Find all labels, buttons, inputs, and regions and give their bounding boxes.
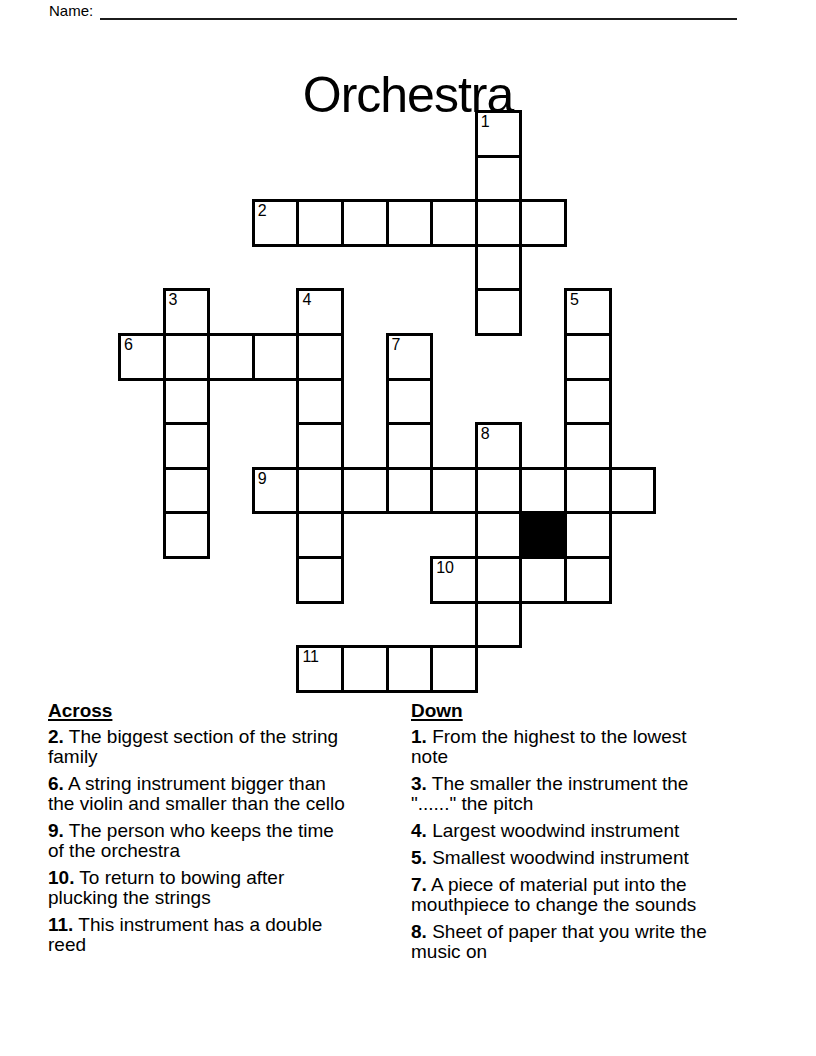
crossword-worksheet-page: { "game": "crossword", "header": { "name… (0, 0, 816, 1056)
grid-cell[interactable] (296, 556, 344, 604)
grid-cell[interactable] (564, 511, 612, 559)
grid-cell[interactable] (475, 556, 523, 604)
grid-cell[interactable] (430, 467, 478, 515)
grid-cell[interactable]: 3 (163, 288, 211, 336)
grid-cell[interactable] (296, 511, 344, 559)
grid-cell[interactable] (564, 467, 612, 515)
grid-cell[interactable]: 8 (475, 422, 523, 470)
grid-cell[interactable] (163, 378, 211, 426)
clue-number: 4 (302, 292, 311, 308)
grid-cell[interactable]: 6 (118, 333, 166, 381)
clue-number-label: 6. (48, 773, 64, 794)
clue-7: 7. A piece of material put into the mout… (411, 875, 707, 915)
grid-cell[interactable] (430, 199, 478, 247)
down-clues-section: Down 1. From the highest to the lowest n… (411, 701, 707, 969)
grid-cell[interactable] (386, 199, 434, 247)
grid-cell[interactable] (341, 199, 389, 247)
clue-number: 5 (570, 292, 579, 308)
grid-cell[interactable] (252, 333, 300, 381)
clue-number-label: 10. (48, 867, 74, 888)
clue-number: 9 (258, 471, 267, 487)
grid-cell[interactable] (207, 333, 255, 381)
grid-cell[interactable] (475, 199, 523, 247)
clue-number: 8 (481, 426, 490, 442)
grid-cell[interactable] (163, 467, 211, 515)
clue-6: 6. A string instrument bigger than the v… (48, 774, 351, 814)
clue-11: 11. This instrument has a double reed (48, 915, 351, 955)
clue-number: 10 (436, 560, 454, 576)
grid-cell[interactable]: 4 (296, 288, 344, 336)
clue-9: 9. The person who keeps the time of the … (48, 821, 351, 861)
grid-cell[interactable] (341, 645, 389, 693)
crossword-grid: 1234567891011 (118, 110, 658, 694)
grid-cell[interactable] (386, 422, 434, 470)
clue-4: 4. Largest woodwind instrument (411, 821, 707, 841)
grid-cell[interactable] (519, 199, 567, 247)
grid-cell[interactable] (296, 199, 344, 247)
grid-cell[interactable] (296, 333, 344, 381)
clue-number: 2 (258, 203, 267, 219)
name-blank-line[interactable] (100, 1, 737, 20)
grid-cell[interactable] (163, 511, 211, 559)
clue-number-label: 9. (48, 820, 64, 841)
grid-cell[interactable] (475, 511, 523, 559)
clue-number-label: 11. (48, 914, 73, 935)
grid-cell[interactable]: 9 (252, 467, 300, 515)
grid-cell[interactable] (564, 333, 612, 381)
grid-cell-black (519, 511, 567, 559)
grid-cell[interactable] (519, 467, 567, 515)
grid-cell[interactable] (296, 378, 344, 426)
grid-cell[interactable] (163, 422, 211, 470)
clue-2: 2. The biggest section of the string fam… (48, 727, 351, 767)
grid-cell[interactable] (475, 288, 523, 336)
grid-cell[interactable]: 5 (564, 288, 612, 336)
grid-cell[interactable] (341, 467, 389, 515)
grid-cell[interactable] (386, 378, 434, 426)
clue-number: 6 (124, 337, 133, 353)
grid-cell[interactable]: 7 (386, 333, 434, 381)
grid-cell[interactable] (564, 378, 612, 426)
clue-number-label: 8. (411, 921, 427, 942)
clue-number-label: 3. (411, 773, 427, 794)
down-header: Down (411, 701, 707, 721)
down-clue-list: 1. From the highest to the lowest note3.… (411, 727, 707, 962)
grid-cell[interactable] (475, 467, 523, 515)
clue-8: 8. Sheet of paper that you write the mus… (411, 922, 707, 962)
grid-cell[interactable] (475, 244, 523, 292)
clue-number-label: 2. (48, 726, 64, 747)
clue-number-label: 7. (411, 874, 427, 895)
name-label: Name: (49, 2, 93, 19)
clue-number: 1 (481, 114, 490, 130)
grid-cell[interactable] (296, 467, 344, 515)
grid-cell[interactable]: 1 (475, 110, 523, 158)
grid-cell[interactable] (386, 645, 434, 693)
grid-cell[interactable] (475, 155, 523, 203)
clue-number-label: 1. (411, 726, 427, 747)
clue-number: 11 (302, 649, 319, 665)
grid-cell[interactable] (609, 467, 657, 515)
grid-cell[interactable] (163, 333, 211, 381)
clue-1: 1. From the highest to the lowest note (411, 727, 707, 767)
clue-number: 7 (392, 337, 401, 353)
name-row: Name: (49, 2, 749, 22)
grid-cell[interactable] (386, 467, 434, 515)
across-clue-list: 2. The biggest section of the string fam… (48, 727, 351, 955)
grid-cell[interactable] (564, 556, 612, 604)
clue-number-label: 4. (411, 820, 427, 841)
grid-cell[interactable] (475, 601, 523, 649)
grid-cell[interactable] (564, 422, 612, 470)
clue-number-label: 5. (411, 847, 427, 868)
clue-number: 3 (169, 292, 178, 308)
across-clues-section: Across 2. The biggest section of the str… (48, 701, 351, 962)
across-header: Across (48, 701, 351, 721)
clue-5: 5. Smallest woodwind instrument (411, 848, 707, 868)
grid-cell[interactable]: 2 (252, 199, 300, 247)
grid-cell[interactable]: 10 (430, 556, 478, 604)
clue-10: 10. To return to bowing after plucking t… (48, 868, 351, 908)
grid-cell[interactable]: 11 (296, 645, 344, 693)
clue-3: 3. The smaller the instrument the ".....… (411, 774, 707, 814)
grid-cell[interactable] (519, 556, 567, 604)
grid-cell[interactable] (296, 422, 344, 470)
grid-cell[interactable] (430, 645, 478, 693)
